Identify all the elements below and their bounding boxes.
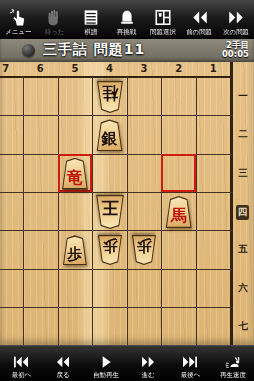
top-toolbar: メニュー 待った <box>0 0 254 39</box>
board-rank-label: 五 <box>234 243 252 256</box>
board-file-label: 7 <box>0 63 16 74</box>
next-problem-label: 次の問題 <box>223 28 249 35</box>
piece-kanji: 歩 <box>97 236 123 255</box>
grid-line <box>196 77 197 345</box>
grid-line <box>0 115 233 116</box>
piece-gote-king[interactable]: 王 <box>95 195 125 229</box>
previous-problem-label: 前の問題 <box>187 28 213 35</box>
piece-kanji: 銀 <box>96 129 124 150</box>
piece-kanji: 歩 <box>62 245 88 264</box>
menu-button[interactable]: メニュー <box>0 0 36 38</box>
step-forward-label: 進む <box>142 371 155 378</box>
play-icon <box>93 354 119 370</box>
board-rank-label: 二 <box>234 128 252 141</box>
piece-sente-dragon[interactable]: 竜 <box>61 158 89 190</box>
playback-speed-button[interactable]: 再生速度 <box>212 346 254 381</box>
piece-gote-knight[interactable]: 桂 <box>96 81 124 113</box>
undo-button: 待った <box>36 0 72 38</box>
piece-kanji: 桂 <box>96 82 124 103</box>
grid-line <box>58 77 59 345</box>
raised-hand-icon <box>42 8 66 27</box>
skip-to-start-label: 最初へ <box>11 371 30 378</box>
retry-button[interactable]: 再挑戦 <box>109 0 145 38</box>
menu-label: メニュー <box>5 28 31 35</box>
next-problem-button[interactable]: 次の問題 <box>218 0 254 38</box>
problem-select-grid-icon <box>151 8 175 27</box>
game-record-label: 棋譜 <box>84 28 97 35</box>
problem-select-button[interactable]: 問題選択 <box>145 0 181 38</box>
board-right-border <box>230 62 233 345</box>
piece-gote-pawn[interactable]: 歩 <box>97 235 123 265</box>
board-file-label: 5 <box>65 63 85 74</box>
board-rank-label: 六 <box>234 282 252 295</box>
piece-kanji: 竜 <box>61 168 89 189</box>
step-forward-icon <box>135 354 161 370</box>
rewind-icon <box>188 8 212 27</box>
record-list-icon <box>79 8 103 27</box>
grid-line <box>161 77 162 345</box>
piece-sente-silver[interactable]: 銀 <box>96 119 124 151</box>
board-rank-label: 七 <box>234 320 252 333</box>
piece-kanji: 王 <box>95 196 125 219</box>
fast-forward-icon <box>224 8 248 27</box>
retry-label: 再挑戦 <box>117 28 136 35</box>
skip-to-start-button[interactable]: 最初へ <box>0 346 42 381</box>
board-top-border <box>0 76 233 78</box>
grid-line <box>127 77 128 345</box>
bell-icon <box>115 8 139 27</box>
step-back-button[interactable]: 戻る <box>42 346 84 381</box>
board-file-label: 1 <box>203 63 223 74</box>
piece-kanji: 歩 <box>131 236 157 255</box>
board-rank-label: 四 <box>236 205 249 220</box>
game-record-button[interactable]: 棋譜 <box>73 0 109 38</box>
timer: 00:05 <box>222 50 249 60</box>
tsume-shogi-app: メニュー 待った <box>0 0 254 381</box>
header-orb-icon <box>22 44 35 57</box>
piece-kanji: 馬 <box>165 206 193 227</box>
playback-speed-label: 再生速度 <box>220 371 246 378</box>
grid-line <box>0 230 233 231</box>
problem-select-label: 問題選択 <box>150 28 176 35</box>
step-forward-button[interactable]: 進む <box>127 346 169 381</box>
skip-to-end-button[interactable]: 最後へ <box>169 346 211 381</box>
shogi-board[interactable]: 7654321一二三四五六七桂銀竜王馬歩歩歩 <box>0 62 254 345</box>
piece-gote-pawn[interactable]: 歩 <box>131 235 157 265</box>
hand-cursor-icon <box>6 8 30 27</box>
step-back-icon <box>50 354 76 370</box>
grid-line <box>23 77 24 345</box>
autoplay-button[interactable]: 自動再生 <box>85 346 127 381</box>
puzzle-title: 三手詰 問題11 <box>43 41 145 59</box>
move-and-timer: 2手目 00:05 <box>222 41 249 60</box>
puzzle-header: 三手詰 問題11 2手目 00:05 <box>0 38 254 62</box>
piece-sente-horse[interactable]: 馬 <box>165 196 193 228</box>
autoplay-label: 自動再生 <box>93 371 119 378</box>
grid-line <box>0 154 233 155</box>
grid-line <box>92 77 93 345</box>
board-file-label: 6 <box>30 63 50 74</box>
grid-line <box>0 192 233 193</box>
previous-problem-button[interactable]: 前の問題 <box>181 0 217 38</box>
board-rank-label: 一 <box>234 90 252 103</box>
skip-to-end-icon <box>177 354 203 370</box>
speed-rabbit-icon <box>220 354 246 370</box>
grid-line <box>0 307 233 308</box>
board-rank-label: 三 <box>234 167 252 180</box>
skip-to-start-icon <box>8 354 34 370</box>
board-file-label: 3 <box>134 63 154 74</box>
step-back-label: 戻る <box>57 371 70 378</box>
piece-sente-pawn[interactable]: 歩 <box>62 235 88 265</box>
board-file-label: 4 <box>100 63 120 74</box>
grid-line <box>0 269 233 270</box>
board-file-label: 2 <box>169 63 189 74</box>
undo-label: 待った <box>45 28 65 35</box>
skip-to-end-label: 最後へ <box>181 371 200 378</box>
playback-toolbar: 最初へ 戻る 自動再生 進む <box>0 345 254 381</box>
last-move-from-square[interactable] <box>161 154 196 192</box>
